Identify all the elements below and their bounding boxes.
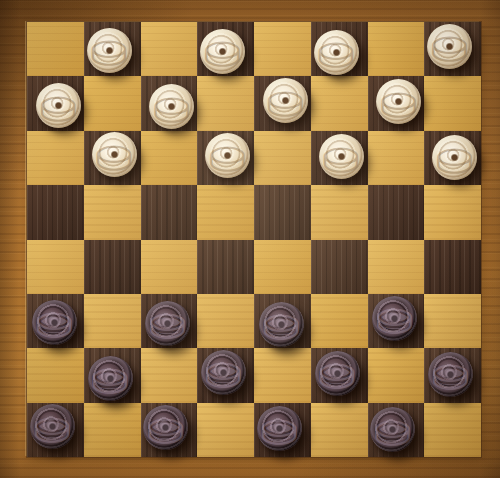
square-r3c5[interactable] (254, 131, 311, 185)
square-r4c1[interactable] (27, 185, 84, 239)
square-r8c4[interactable] (197, 403, 254, 457)
cream-man[interactable]: ⛀ (314, 30, 359, 75)
square-r5c2[interactable] (84, 240, 141, 294)
dark-man[interactable]: ⛂ (30, 404, 75, 449)
cream-man[interactable]: ⛀ (432, 135, 477, 180)
cream-man[interactable]: ⛀ (376, 79, 421, 124)
square-r4c3[interactable] (141, 185, 198, 239)
square-r2c6[interactable] (311, 76, 368, 130)
cream-man[interactable]: ⛀ (200, 29, 245, 74)
square-r3c1[interactable] (27, 131, 84, 185)
square-r1c7[interactable] (368, 22, 425, 76)
cream-man[interactable]: ⛀ (36, 83, 81, 128)
square-r8c2[interactable] (84, 403, 141, 457)
square-r1c6[interactable]: ⛀ (311, 22, 368, 76)
board-photo: ⛀⛀⛀⛀⛀⛀⛀⛀⛀⛀⛀⛀⛂⛂⛂⛂⛂⛂⛂⛂⛂⛂⛂⛂ (0, 0, 500, 478)
square-r6c2[interactable] (84, 294, 141, 348)
square-r7c3[interactable] (141, 348, 198, 402)
square-r6c8[interactable] (424, 294, 481, 348)
square-r4c7[interactable] (368, 185, 425, 239)
square-r7c4[interactable]: ⛂ (197, 348, 254, 402)
square-r7c6[interactable]: ⛂ (311, 348, 368, 402)
square-r1c1[interactable] (27, 22, 84, 76)
square-r4c4[interactable] (197, 185, 254, 239)
square-r2c1[interactable]: ⛀ (27, 76, 84, 130)
square-r8c6[interactable] (311, 403, 368, 457)
square-r4c8[interactable] (424, 185, 481, 239)
checkers-board: ⛀⛀⛀⛀⛀⛀⛀⛀⛀⛀⛀⛀⛂⛂⛂⛂⛂⛂⛂⛂⛂⛂⛂⛂ (27, 22, 481, 457)
square-r1c5[interactable] (254, 22, 311, 76)
square-r4c2[interactable] (84, 185, 141, 239)
square-r5c5[interactable] (254, 240, 311, 294)
square-r2c2[interactable] (84, 76, 141, 130)
square-r8c5[interactable]: ⛂ (254, 403, 311, 457)
square-r6c7[interactable]: ⛂ (368, 294, 425, 348)
dark-man[interactable]: ⛂ (370, 407, 415, 452)
square-r8c1[interactable]: ⛂ (27, 403, 84, 457)
square-r2c3[interactable]: ⛀ (141, 76, 198, 130)
square-r1c2[interactable]: ⛀ (84, 22, 141, 76)
square-r5c8[interactable] (424, 240, 481, 294)
square-r1c8[interactable]: ⛀ (424, 22, 481, 76)
square-r7c8[interactable]: ⛂ (424, 348, 481, 402)
square-r3c8[interactable]: ⛀ (424, 131, 481, 185)
square-r5c1[interactable] (27, 240, 84, 294)
dark-man[interactable]: ⛂ (257, 406, 302, 451)
square-r3c4[interactable]: ⛀ (197, 131, 254, 185)
dark-man[interactable]: ⛂ (372, 296, 417, 341)
square-r8c7[interactable]: ⛂ (368, 403, 425, 457)
square-r5c7[interactable] (368, 240, 425, 294)
cream-man[interactable]: ⛀ (92, 132, 137, 177)
square-r2c8[interactable] (424, 76, 481, 130)
cream-man[interactable]: ⛀ (149, 84, 194, 129)
square-r7c1[interactable] (27, 348, 84, 402)
square-r2c4[interactable] (197, 76, 254, 130)
square-r5c4[interactable] (197, 240, 254, 294)
dark-man[interactable]: ⛂ (201, 350, 246, 395)
cream-man[interactable]: ⛀ (205, 133, 250, 178)
dark-man[interactable]: ⛂ (32, 300, 77, 345)
square-r6c4[interactable] (197, 294, 254, 348)
square-r7c2[interactable]: ⛂ (84, 348, 141, 402)
dark-man[interactable]: ⛂ (259, 302, 304, 347)
dark-man[interactable]: ⛂ (145, 301, 190, 346)
square-r6c6[interactable] (311, 294, 368, 348)
cream-man[interactable]: ⛀ (319, 134, 364, 179)
square-r2c7[interactable]: ⛀ (368, 76, 425, 130)
dark-man[interactable]: ⛂ (428, 352, 473, 397)
square-r6c1[interactable]: ⛂ (27, 294, 84, 348)
square-r1c4[interactable]: ⛀ (197, 22, 254, 76)
dark-man[interactable]: ⛂ (315, 351, 360, 396)
cream-man[interactable]: ⛀ (427, 24, 472, 69)
square-r4c6[interactable] (311, 185, 368, 239)
square-r2c5[interactable]: ⛀ (254, 76, 311, 130)
square-r8c8[interactable] (424, 403, 481, 457)
square-r3c7[interactable] (368, 131, 425, 185)
square-r4c5[interactable] (254, 185, 311, 239)
square-r7c5[interactable] (254, 348, 311, 402)
square-r6c5[interactable]: ⛂ (254, 294, 311, 348)
cream-man[interactable]: ⛀ (87, 28, 132, 73)
square-r3c6[interactable]: ⛀ (311, 131, 368, 185)
square-r1c3[interactable] (141, 22, 198, 76)
square-r3c2[interactable]: ⛀ (84, 131, 141, 185)
square-r5c6[interactable] (311, 240, 368, 294)
square-r6c3[interactable]: ⛂ (141, 294, 198, 348)
square-r5c3[interactable] (141, 240, 198, 294)
dark-man[interactable]: ⛂ (143, 405, 188, 450)
square-r8c3[interactable]: ⛂ (141, 403, 198, 457)
cream-man[interactable]: ⛀ (263, 78, 308, 123)
square-r3c3[interactable] (141, 131, 198, 185)
dark-man[interactable]: ⛂ (88, 356, 133, 401)
square-r7c7[interactable] (368, 348, 425, 402)
